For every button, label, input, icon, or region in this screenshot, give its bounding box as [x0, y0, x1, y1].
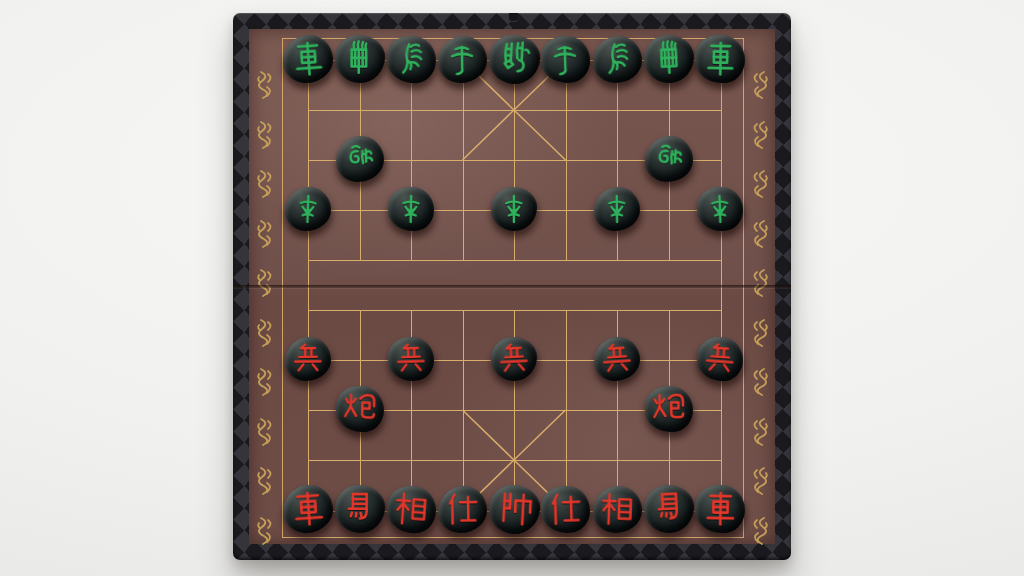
piece-red-soldier[interactable]: [696, 335, 745, 382]
piece-red-cannon[interactable]: [644, 386, 693, 433]
piece-green-advisor[interactable]: [540, 35, 591, 84]
piece-green-horse[interactable]: [335, 35, 385, 83]
piece-green-soldier[interactable]: [388, 187, 435, 232]
zodiac-ornament: [253, 267, 277, 299]
piece-green-chariot[interactable]: [281, 33, 334, 84]
grid-cell: [567, 411, 619, 461]
zodiac-ornament: [253, 366, 277, 398]
clasp-notch: [509, 13, 518, 22]
zodiac-ornament: [748, 119, 772, 151]
grid-cell: [412, 411, 464, 461]
piece-red-soldier[interactable]: [285, 337, 332, 382]
piece-red-chariot[interactable]: [695, 485, 746, 534]
piece-red-general[interactable]: [487, 483, 540, 535]
piece-green-elephant[interactable]: [592, 35, 643, 84]
fold-seam: [233, 285, 791, 288]
zodiac-ornament: [253, 416, 277, 448]
piece-green-general[interactable]: [487, 33, 540, 85]
piece-green-soldier[interactable]: [491, 187, 537, 231]
zodiac-ornament: [253, 119, 277, 151]
grid-cell: [567, 111, 619, 161]
piece-red-soldier[interactable]: [387, 336, 435, 382]
piece-green-elephant[interactable]: [385, 34, 437, 84]
zodiac-ornament: [748, 168, 772, 200]
piece-green-cannon[interactable]: [335, 135, 385, 183]
piece-red-cannon[interactable]: [335, 385, 385, 433]
zodiac-ornament: [748, 515, 772, 547]
grid-cell: [515, 111, 567, 161]
piece-red-elephant[interactable]: [592, 485, 643, 534]
zodiac-ornament: [748, 218, 772, 250]
piece-green-horse[interactable]: [642, 34, 694, 85]
piece-green-soldier[interactable]: [284, 186, 332, 232]
zodiac-ornament: [253, 465, 277, 497]
piece-red-soldier[interactable]: [490, 336, 538, 382]
zodiac-ornament: [748, 366, 772, 398]
piece-red-horse[interactable]: [335, 485, 385, 533]
piece-green-cannon[interactable]: [643, 134, 694, 183]
zodiac-ornament: [253, 317, 277, 349]
zodiac-ornament: [748, 267, 772, 299]
zodiac-ornament: [253, 69, 277, 101]
photo-background: [0, 0, 1024, 576]
zodiac-ornament: [748, 416, 772, 448]
piece-red-elephant[interactable]: [385, 484, 437, 534]
grid-cell: [515, 411, 567, 461]
zodiac-ornament: [748, 317, 772, 349]
piece-red-advisor[interactable]: [438, 485, 488, 533]
piece-green-soldier[interactable]: [696, 186, 744, 232]
xiangqi-board: [233, 13, 791, 560]
piece-red-chariot[interactable]: [281, 483, 334, 534]
piece-red-advisor[interactable]: [540, 485, 591, 534]
piece-red-soldier[interactable]: [593, 335, 642, 382]
zodiac-ornament: [253, 515, 277, 547]
zodiac-ornament: [748, 69, 772, 101]
grid-cell: [412, 111, 464, 161]
grid-cell: [464, 411, 516, 461]
piece-red-horse[interactable]: [642, 484, 694, 535]
piece-green-advisor[interactable]: [438, 35, 488, 83]
piece-green-chariot[interactable]: [695, 35, 746, 84]
zodiac-ornament: [253, 168, 277, 200]
zodiac-ornament: [253, 218, 277, 250]
piece-green-soldier[interactable]: [594, 187, 641, 232]
grid-cell: [464, 111, 516, 161]
zodiac-ornament: [748, 465, 772, 497]
